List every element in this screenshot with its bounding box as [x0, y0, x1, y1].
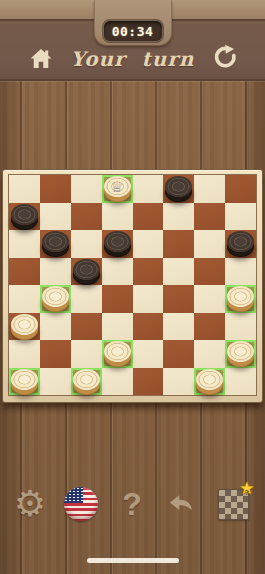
- square-r7c6[interactable]: [163, 340, 194, 368]
- square-r3c1: [9, 230, 40, 258]
- square-r6c2: [40, 313, 71, 341]
- square-r4c8: [225, 258, 256, 286]
- undo-button[interactable]: [161, 483, 203, 525]
- square-r6c5[interactable]: [133, 313, 164, 341]
- square-r6c4: [102, 313, 133, 341]
- square-r8c1[interactable]: [9, 368, 40, 396]
- achievements-button[interactable]: ★?: [212, 483, 254, 525]
- question-mark-icon: ?: [122, 483, 142, 525]
- square-r4c4: [102, 258, 133, 286]
- square-r5c2[interactable]: [40, 285, 71, 313]
- square-r5c3: [71, 285, 102, 313]
- square-r3c5: [133, 230, 164, 258]
- settings-button[interactable]: ⚙: [9, 483, 51, 525]
- white-man[interactable]: [11, 369, 38, 390]
- white-man[interactable]: [11, 314, 38, 335]
- square-r2c2: [40, 203, 71, 231]
- square-r6c8: [225, 313, 256, 341]
- square-r8c2: [40, 368, 71, 396]
- white-man[interactable]: [42, 286, 69, 307]
- square-r8c5[interactable]: [133, 368, 164, 396]
- timer-value: 00:34: [112, 24, 154, 39]
- square-r7c3: [71, 340, 102, 368]
- timer-tab: 00:34: [94, 0, 172, 46]
- square-r7c7: [194, 340, 225, 368]
- square-r6c7[interactable]: [194, 313, 225, 341]
- square-r4c2: [40, 258, 71, 286]
- undo-arrow-icon: [167, 492, 197, 516]
- square-r8c4: [102, 368, 133, 396]
- white-man[interactable]: [196, 369, 223, 390]
- black-man[interactable]: [11, 204, 38, 225]
- square-r5c5: [133, 285, 164, 313]
- black-man[interactable]: [104, 231, 131, 252]
- square-r6c6: [163, 313, 194, 341]
- square-r6c3[interactable]: [71, 313, 102, 341]
- square-r1c4[interactable]: ♕: [102, 175, 133, 203]
- square-r1c6[interactable]: [163, 175, 194, 203]
- square-r6c1[interactable]: [9, 313, 40, 341]
- square-r1c2[interactable]: [40, 175, 71, 203]
- crown-icon: ♕: [104, 177, 131, 196]
- square-r7c2[interactable]: [40, 340, 71, 368]
- turn-indicator: Your turn: [0, 47, 265, 71]
- square-r8c6: [163, 368, 194, 396]
- checkers-app-screen: 00:34 Your turn ♕ ⚙ ? ★?: [0, 0, 265, 574]
- square-r8c3[interactable]: [71, 368, 102, 396]
- black-man[interactable]: [165, 176, 192, 197]
- square-r7c4[interactable]: [102, 340, 133, 368]
- square-r3c7: [194, 230, 225, 258]
- square-r2c6: [163, 203, 194, 231]
- square-r4c3[interactable]: [71, 258, 102, 286]
- square-r4c6: [163, 258, 194, 286]
- language-button[interactable]: [60, 483, 102, 525]
- square-r5c7: [194, 285, 225, 313]
- square-r1c7: [194, 175, 225, 203]
- square-r2c4: [102, 203, 133, 231]
- white-man[interactable]: [227, 286, 254, 307]
- star-badge-label: ?: [244, 484, 249, 501]
- square-r2c7[interactable]: [194, 203, 225, 231]
- us-flag-icon: [64, 487, 98, 521]
- black-man[interactable]: [42, 231, 69, 252]
- black-man[interactable]: [73, 259, 100, 280]
- square-r1c3: [71, 175, 102, 203]
- square-r5c8[interactable]: [225, 285, 256, 313]
- square-r3c8[interactable]: [225, 230, 256, 258]
- square-r1c1: [9, 175, 40, 203]
- square-r3c2[interactable]: [40, 230, 71, 258]
- black-man[interactable]: [227, 231, 254, 252]
- square-r1c5: [133, 175, 164, 203]
- square-r7c5: [133, 340, 164, 368]
- timer-display: 00:34: [104, 21, 162, 41]
- square-r5c6[interactable]: [163, 285, 194, 313]
- white-king[interactable]: ♕: [104, 176, 131, 197]
- square-r2c5[interactable]: [133, 203, 164, 231]
- square-r3c4[interactable]: [102, 230, 133, 258]
- home-indicator-bar[interactable]: [87, 558, 179, 563]
- white-man[interactable]: [73, 369, 100, 390]
- square-r3c6[interactable]: [163, 230, 194, 258]
- checkerboard-star-icon: ★?: [218, 489, 249, 520]
- square-r4c1[interactable]: [9, 258, 40, 286]
- us-flag-canton: [64, 487, 83, 503]
- square-r3c3: [71, 230, 102, 258]
- square-r8c7[interactable]: [194, 368, 225, 396]
- star-icon: ★?: [239, 480, 254, 497]
- square-r4c7[interactable]: [194, 258, 225, 286]
- square-r8c8: [225, 368, 256, 396]
- square-r1c8[interactable]: [225, 175, 256, 203]
- square-r2c3[interactable]: [71, 203, 102, 231]
- checkers-board: ♕: [2, 169, 263, 403]
- square-r2c8: [225, 203, 256, 231]
- square-r7c8[interactable]: [225, 340, 256, 368]
- square-r7c1: [9, 340, 40, 368]
- white-man[interactable]: [104, 341, 131, 362]
- white-man[interactable]: [227, 341, 254, 362]
- square-r4c5[interactable]: [133, 258, 164, 286]
- square-r2c1[interactable]: [9, 203, 40, 231]
- board-grid: ♕: [9, 175, 256, 395]
- square-r5c4[interactable]: [102, 285, 133, 313]
- gear-icon: ⚙: [14, 483, 46, 525]
- square-r5c1: [9, 285, 40, 313]
- help-button[interactable]: ?: [111, 483, 153, 525]
